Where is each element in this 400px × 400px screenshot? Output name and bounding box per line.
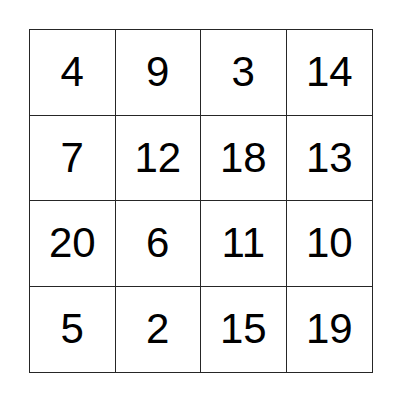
grid-cell-r2c2[interactable]: 12 [116,116,202,202]
grid-cell-r2c4[interactable]: 13 [287,116,373,202]
grid-cell-r3c1[interactable]: 20 [30,201,116,287]
number-grid: 4931471218132061110521519 [29,29,373,373]
grid-cell-r3c3[interactable]: 11 [201,201,287,287]
grid-cell-r4c1[interactable]: 5 [30,287,116,373]
grid-cell-r2c1[interactable]: 7 [30,116,116,202]
grid-cell-r3c2[interactable]: 6 [116,201,202,287]
grid-cell-r1c2[interactable]: 9 [116,30,202,116]
grid-cell-r1c3[interactable]: 3 [201,30,287,116]
number-grid-board: 4931471218132061110521519 [29,29,373,373]
grid-cell-r4c3[interactable]: 15 [201,287,287,373]
grid-cell-r4c2[interactable]: 2 [116,287,202,373]
grid-cell-r1c4[interactable]: 14 [287,30,373,116]
grid-cell-r1c1[interactable]: 4 [30,30,116,116]
grid-cell-r3c4[interactable]: 10 [287,201,373,287]
grid-cell-r2c3[interactable]: 18 [201,116,287,202]
grid-cell-r4c4[interactable]: 19 [287,287,373,373]
